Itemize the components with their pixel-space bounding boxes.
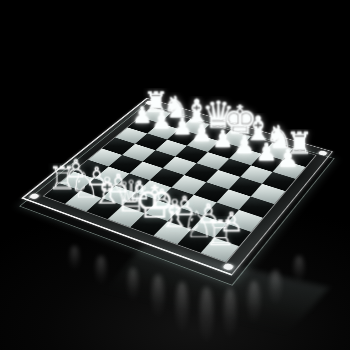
piece-reflection: [128, 268, 138, 302]
piece-reflection: [96, 256, 106, 286]
piece-reflection: [152, 275, 164, 319]
piece-reflection: [248, 281, 260, 325]
piece-frosted-bishop-c8: ♝: [182, 95, 205, 127]
corner-pad-a1: [28, 193, 40, 200]
piece-clear-rook-a1: ♖: [48, 163, 74, 195]
piece-reflection: [70, 246, 79, 272]
piece-frosted-bishop-f8: ♝: [243, 113, 267, 146]
corner-pad-a8: [145, 100, 155, 105]
chess-board-grid: ♜♞♝♛♚♝♞♜♟♟♟♟♟♟♟♟♙♙♙♙♙♙♙♙♖♘♗♕♔♗♘♖: [44, 108, 315, 262]
piece-reflection: [270, 270, 281, 306]
chess-board: ♜♞♝♛♚♝♞♜♟♟♟♟♟♟♟♟♙♙♙♙♙♙♙♙♖♘♗♕♔♗♘♖: [21, 98, 333, 276]
piece-reflection: [200, 287, 213, 345]
piece-frosted-rook-h8: ♜: [286, 129, 310, 159]
corner-pad-h1: [222, 263, 234, 271]
piece-frosted-king-e8: ♚: [222, 100, 245, 140]
piece-reflection: [224, 288, 236, 340]
square-b3: [95, 166, 130, 185]
piece-frosted-queen-d8: ♛: [202, 96, 225, 133]
piece-frosted-knight-b8: ♞: [162, 92, 185, 122]
glass-chess-set-photo: ♜♞♝♛♚♝♞♜♟♟♟♟♟♟♟♟♙♙♙♙♙♙♙♙♖♘♗♕♔♗♘♖: [0, 0, 350, 350]
glass-board-frame: ♜♞♝♛♚♝♞♜♟♟♟♟♟♟♟♟♙♙♙♙♙♙♙♙♖♘♗♕♔♗♘♖: [21, 98, 333, 276]
square-e4: [172, 175, 206, 195]
piece-frosted-knight-g8: ♞: [265, 121, 289, 153]
piece-reflection: [294, 256, 304, 284]
corner-pad-h8: [318, 150, 328, 156]
piece-reflection: [176, 282, 188, 334]
